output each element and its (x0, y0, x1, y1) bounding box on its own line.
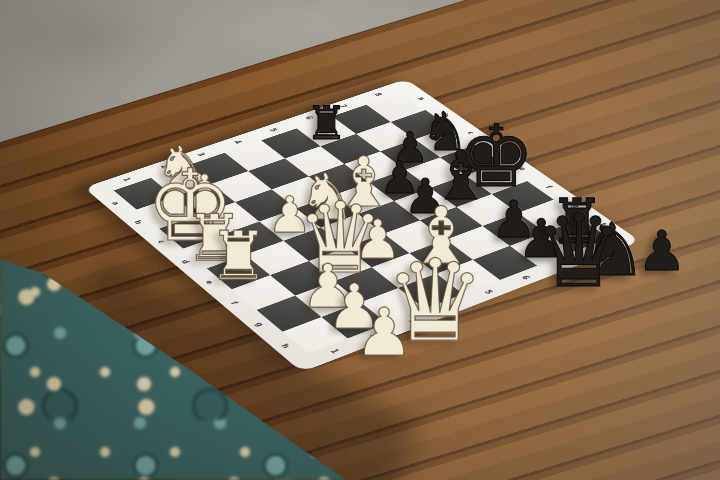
rank-label-left-1: 1 (121, 177, 133, 182)
black-queen-captured-2[interactable]: ♛ (534, 202, 625, 303)
white-pawn-captured-1[interactable]: ♟ (354, 301, 413, 367)
photo-scene: aabbccddeeffgghh1122334455667788 ♚♜♜♞♟♟♟… (0, 0, 720, 480)
rank-label-left-8: 8 (373, 92, 384, 97)
rank-label-left-4: 4 (232, 139, 243, 144)
file-label-bottom-f: f (229, 300, 240, 305)
white-rook-e1[interactable]: ♜ (209, 223, 269, 290)
rank-label-left-5: 5 (268, 127, 279, 132)
file-label-bottom-h: h (279, 343, 292, 350)
file-label-bottom-b: b (132, 219, 144, 225)
file-label-bottom-a: a (110, 200, 122, 206)
rank-label-right-1: 1 (329, 348, 342, 355)
file-label-bottom-g: g (253, 321, 266, 327)
rank-label-right-6: 6 (520, 275, 532, 281)
black-rook-a6[interactable]: ♜ (306, 100, 347, 146)
